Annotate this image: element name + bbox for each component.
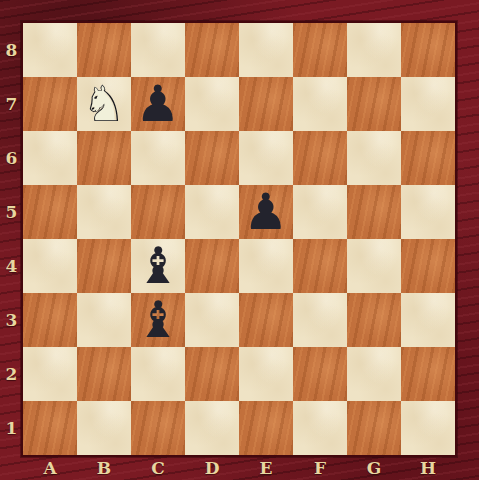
rank-label-7: 7 (0, 77, 23, 131)
square-a1[interactable] (23, 401, 77, 455)
black-bishop-c3[interactable]: ♝ (131, 293, 185, 347)
file-label-b: B (77, 455, 131, 480)
rank-label-3: 3 (0, 293, 23, 347)
rank-label-1: 1 (0, 401, 23, 455)
square-b4[interactable] (77, 239, 131, 293)
file-label-e: E (239, 455, 293, 480)
square-f4[interactable] (293, 239, 347, 293)
square-h6[interactable] (401, 131, 455, 185)
square-b1[interactable] (77, 401, 131, 455)
square-c2[interactable] (131, 347, 185, 401)
chessboard-frame: ♞♘♟♟♝♝ 87654321 ABCDEFGH (0, 0, 479, 480)
square-g1[interactable] (347, 401, 401, 455)
square-h4[interactable] (401, 239, 455, 293)
square-h7[interactable] (401, 77, 455, 131)
white-knight-outline-glyph: ♘ (82, 77, 127, 131)
square-c8[interactable] (131, 23, 185, 77)
black-bishop-glyph: ♝ (136, 239, 181, 293)
square-b6[interactable] (77, 131, 131, 185)
square-f2[interactable] (293, 347, 347, 401)
square-b5[interactable] (77, 185, 131, 239)
square-a7[interactable] (23, 77, 77, 131)
square-g8[interactable] (347, 23, 401, 77)
square-c4[interactable]: ♝ (131, 239, 185, 293)
rank-label-4: 4 (0, 239, 23, 293)
square-a6[interactable] (23, 131, 77, 185)
file-label-a: A (23, 455, 77, 480)
square-c1[interactable] (131, 401, 185, 455)
black-bishop-glyph: ♝ (136, 293, 181, 347)
rank-label-2: 2 (0, 347, 23, 401)
square-e6[interactable] (239, 131, 293, 185)
rank-label-6: 6 (0, 131, 23, 185)
square-h3[interactable] (401, 293, 455, 347)
square-e4[interactable] (239, 239, 293, 293)
square-b7[interactable]: ♞♘ (77, 77, 131, 131)
black-pawn-glyph: ♟ (136, 77, 181, 131)
square-e2[interactable] (239, 347, 293, 401)
square-c6[interactable] (131, 131, 185, 185)
square-g5[interactable] (347, 185, 401, 239)
square-e8[interactable] (239, 23, 293, 77)
rank-label-5: 5 (0, 185, 23, 239)
square-d2[interactable] (185, 347, 239, 401)
file-label-g: G (347, 455, 401, 480)
square-e3[interactable] (239, 293, 293, 347)
file-label-d: D (185, 455, 239, 480)
square-b3[interactable] (77, 293, 131, 347)
square-g3[interactable] (347, 293, 401, 347)
square-e7[interactable] (239, 77, 293, 131)
square-f7[interactable] (293, 77, 347, 131)
square-f5[interactable] (293, 185, 347, 239)
square-g2[interactable] (347, 347, 401, 401)
square-d5[interactable] (185, 185, 239, 239)
square-c3[interactable]: ♝ (131, 293, 185, 347)
file-label-f: F (293, 455, 347, 480)
square-a3[interactable] (23, 293, 77, 347)
square-g6[interactable] (347, 131, 401, 185)
square-f3[interactable] (293, 293, 347, 347)
square-d3[interactable] (185, 293, 239, 347)
white-knight-b7[interactable]: ♞♘ (77, 77, 131, 131)
black-bishop-c4[interactable]: ♝ (131, 239, 185, 293)
black-pawn-e5[interactable]: ♟ (239, 185, 293, 239)
square-h8[interactable] (401, 23, 455, 77)
square-d4[interactable] (185, 239, 239, 293)
square-c5[interactable] (131, 185, 185, 239)
file-label-h: H (401, 455, 455, 480)
square-e1[interactable] (239, 401, 293, 455)
square-f1[interactable] (293, 401, 347, 455)
square-f6[interactable] (293, 131, 347, 185)
square-c7[interactable]: ♟ (131, 77, 185, 131)
square-a4[interactable] (23, 239, 77, 293)
square-a5[interactable] (23, 185, 77, 239)
square-b2[interactable] (77, 347, 131, 401)
square-d6[interactable] (185, 131, 239, 185)
square-g7[interactable] (347, 77, 401, 131)
square-d1[interactable] (185, 401, 239, 455)
square-h2[interactable] (401, 347, 455, 401)
black-pawn-glyph: ♟ (244, 185, 289, 239)
square-a8[interactable] (23, 23, 77, 77)
square-e5[interactable]: ♟ (239, 185, 293, 239)
file-label-c: C (131, 455, 185, 480)
square-h5[interactable] (401, 185, 455, 239)
square-f8[interactable] (293, 23, 347, 77)
rank-label-8: 8 (0, 23, 23, 77)
black-pawn-c7[interactable]: ♟ (131, 77, 185, 131)
square-b8[interactable] (77, 23, 131, 77)
square-a2[interactable] (23, 347, 77, 401)
chessboard: ♞♘♟♟♝♝ (23, 23, 455, 455)
square-h1[interactable] (401, 401, 455, 455)
square-d7[interactable] (185, 77, 239, 131)
square-g4[interactable] (347, 239, 401, 293)
square-d8[interactable] (185, 23, 239, 77)
